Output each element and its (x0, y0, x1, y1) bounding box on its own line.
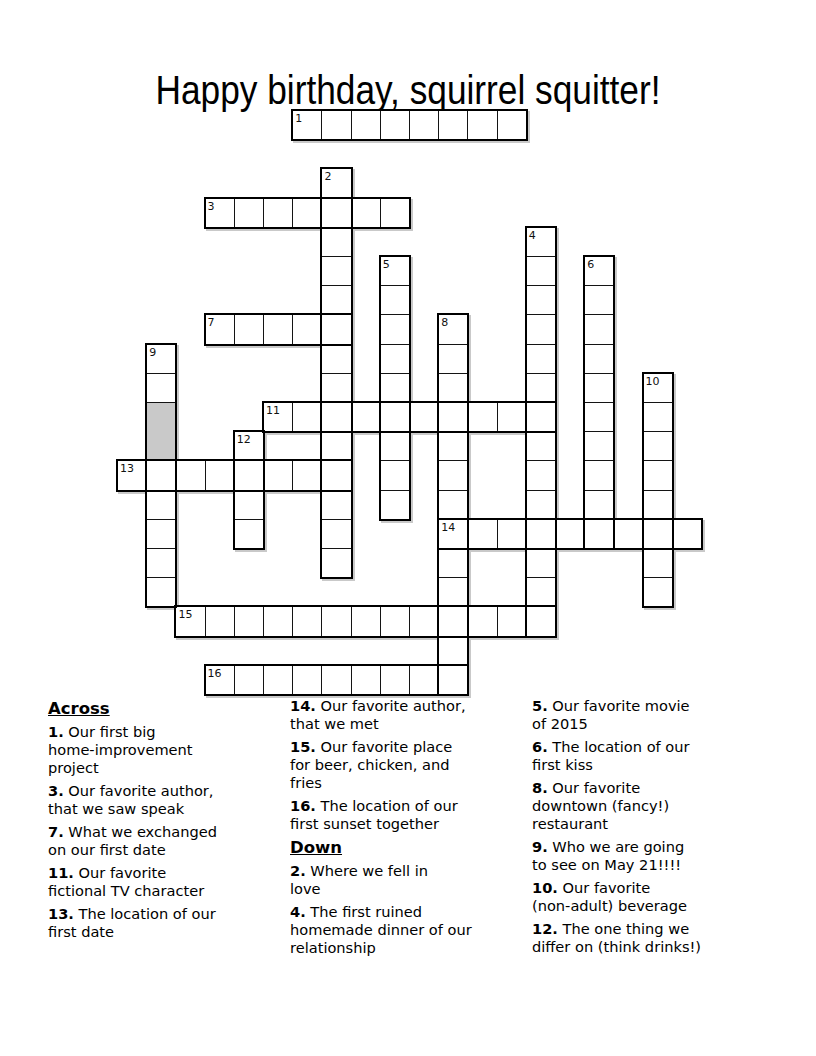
grid-cell-r3c7[interactable] (321, 198, 351, 228)
grid-cell-r17c4[interactable] (234, 606, 264, 636)
grid-cell-r0c8[interactable] (351, 110, 381, 140)
clue-6: 6. The location of our first kiss (532, 738, 770, 774)
clue-text: The location of our first kiss (532, 738, 690, 773)
grid-cell-r10c11[interactable] (438, 402, 468, 432)
grid-cell-r17c9[interactable] (380, 606, 410, 636)
grid-cell-r11c14[interactable] (526, 431, 556, 461)
grid-cell-r17c5[interactable] (263, 606, 293, 636)
clue-number: 11. (48, 864, 74, 881)
grid-cell-r14c7[interactable] (321, 519, 351, 549)
grid-cell-r10c14[interactable] (526, 402, 556, 432)
grid-cell-r11c11[interactable] (438, 431, 468, 461)
grid-cell-r16c18[interactable] (643, 577, 673, 607)
grid-cell-r17c6[interactable] (292, 606, 322, 636)
grid-cell-r14c15[interactable] (555, 519, 585, 549)
clue-text: Where we fell in love (290, 862, 428, 897)
grid-cell-r13c7[interactable] (321, 490, 351, 520)
grid-cell-r3c8[interactable] (351, 198, 381, 228)
down-header: Down (290, 838, 528, 857)
grid-cell-r0c13[interactable] (497, 110, 527, 140)
grid-cell-r6c14[interactable] (526, 285, 556, 315)
clue-1: 1. Our first big home-improvement projec… (48, 723, 286, 778)
grid-cell-r9c18[interactable] (643, 373, 673, 403)
clue-number: 12. (532, 920, 558, 937)
grid-cell-r14c19[interactable] (672, 519, 702, 549)
grid-cell-r10c7[interactable] (321, 402, 351, 432)
grid-cell-r17c8[interactable] (351, 606, 381, 636)
grid-cell-r19c4[interactable] (234, 665, 264, 695)
grid-cell-r7c6[interactable] (292, 314, 322, 344)
grid-cell-r3c5[interactable] (263, 198, 293, 228)
clue-text: Our favorite downtown (fancy!) restauran… (532, 779, 669, 832)
clue-text: The location of our first date (48, 905, 216, 940)
grid-cell-r19c10[interactable] (409, 665, 439, 695)
clue-text: Our favorite author, that we met (290, 697, 466, 732)
grid-cell-r17c3[interactable] (205, 606, 235, 636)
grid-cell-r13c18[interactable] (643, 490, 673, 520)
grid-cell-r14c11[interactable] (438, 519, 468, 549)
grid-cell-r8c14[interactable] (526, 344, 556, 374)
clue-3: 3. Our favorite author, that we saw spea… (48, 782, 286, 818)
grid-cell-r15c11[interactable] (438, 548, 468, 578)
grid-cell-r7c9[interactable] (380, 314, 410, 344)
grid-cell-r15c1[interactable] (146, 548, 176, 578)
grid-cell-r12c4[interactable] (234, 460, 264, 490)
grid-cell-r13c9[interactable] (380, 490, 410, 520)
grid-cell-r0c9[interactable] (380, 110, 410, 140)
grid-cell-r6c9[interactable] (380, 285, 410, 315)
grid-cell-r7c4[interactable] (234, 314, 264, 344)
clue-text: What we exchanged on our first date (48, 823, 217, 858)
grid-cell-r9c16[interactable] (584, 373, 614, 403)
clue-number: 6. (532, 738, 548, 755)
grid-cell-r10c13[interactable] (497, 402, 527, 432)
grid-cell-r19c7[interactable] (321, 665, 351, 695)
grid-cell-r12c6[interactable] (292, 460, 322, 490)
clue-10: 10. Our favorite (non-adult) beverage (532, 879, 770, 915)
grid-cell-r13c14[interactable] (526, 490, 556, 520)
grid-cell-r13c1[interactable] (146, 490, 176, 520)
grid-cell-r5c14[interactable] (526, 256, 556, 286)
grid-cell-r12c18[interactable] (643, 460, 673, 490)
grid-cell-r4c7[interactable] (321, 227, 351, 257)
grid-cell-r10c5[interactable] (263, 402, 293, 432)
grid-cell-r8c16[interactable] (584, 344, 614, 374)
grid-cell-r0c7[interactable] (321, 110, 351, 140)
grid-cell-r11c7[interactable] (321, 431, 351, 461)
grid-cell-r17c2[interactable] (175, 606, 205, 636)
clue-text: The location of our first sunset togethe… (290, 797, 458, 832)
clue-text: Who we are going to see on May 21!!!! (532, 838, 684, 873)
grid-cell-r3c4[interactable] (234, 198, 264, 228)
clue-number: 15. (290, 738, 316, 755)
grid-cell-r10c18[interactable] (643, 402, 673, 432)
grid-cell-r12c7[interactable] (321, 460, 351, 490)
grid-cell-r8c1[interactable] (146, 344, 176, 374)
grid-cell-r11c4[interactable] (234, 431, 264, 461)
grid-cell-r10c12[interactable] (467, 402, 497, 432)
grid-cell-r13c16[interactable] (584, 490, 614, 520)
clue-number: 13. (48, 905, 74, 922)
clue-number: 4. (290, 903, 306, 920)
grid-cell-r14c17[interactable] (613, 519, 643, 549)
grid-cell-r10c16[interactable] (584, 402, 614, 432)
clue-number: 16. (290, 797, 316, 814)
grid-cell-r19c3[interactable] (205, 665, 235, 695)
grid-cell-r8c11[interactable] (438, 344, 468, 374)
clue-text: Our first big home-improvement project (48, 723, 193, 776)
clue-8: 8. Our favorite downtown (fancy!) restau… (532, 779, 770, 834)
grid-cell-r15c7[interactable] (321, 548, 351, 578)
grid-cell-r19c9[interactable] (380, 665, 410, 695)
grid-cell-r12c0[interactable] (117, 460, 147, 490)
clue-number: 8. (532, 779, 548, 796)
clue-2: 2. Where we fell in love (290, 862, 528, 898)
grid-cell-r17c10[interactable] (409, 606, 439, 636)
grid-cell-r9c11[interactable] (438, 373, 468, 403)
grid-cell-r5c16[interactable] (584, 256, 614, 286)
grid-cell-r14c1[interactable] (146, 519, 176, 549)
grid-cell-r0c11[interactable] (438, 110, 468, 140)
grid-cell-r12c1[interactable] (146, 460, 176, 490)
grid-cell-r9c7[interactable] (321, 373, 351, 403)
clue-12: 12. The one thing we differ on (think dr… (532, 920, 770, 956)
clue-16: 16. The location of our first sunset tog… (290, 797, 528, 833)
clue-14: 14. Our favorite author, that we met (290, 697, 528, 733)
grid-cell-r3c3[interactable] (205, 198, 235, 228)
grid-cell-r17c12[interactable] (467, 606, 497, 636)
clue-4: 4. The first ruined homemade dinner of o… (290, 903, 528, 958)
grid-cell-r12c14[interactable] (526, 460, 556, 490)
grid-cell-r10c10[interactable] (409, 402, 439, 432)
grid-cell-r12c11[interactable] (438, 460, 468, 490)
clue-number: 14. (290, 697, 316, 714)
clue-11: 11. Our favorite fictional TV character (48, 864, 286, 900)
grid-cell-r9c14[interactable] (526, 373, 556, 403)
grid-cell-r14c16[interactable] (584, 519, 614, 549)
grid-cell-r5c9[interactable] (380, 256, 410, 286)
grid-cell-r7c5[interactable] (263, 314, 293, 344)
clue-number: 10. (532, 879, 558, 896)
grid-cell-r10c9[interactable] (380, 402, 410, 432)
grid-cell-r14c18[interactable] (643, 519, 673, 549)
grid-cell-r6c16[interactable] (584, 285, 614, 315)
clue-column-2: 14. Our favorite author, that we met15. … (290, 697, 528, 962)
grid-cell-r0c12[interactable] (467, 110, 497, 140)
clue-7: 7. What we exchanged on our first date (48, 823, 286, 859)
grid-cell-r12c9[interactable] (380, 460, 410, 490)
grid-cell-r9c1[interactable] (146, 373, 176, 403)
grid-cell-r14c14[interactable] (526, 519, 556, 549)
grid-cell-r10c8[interactable] (351, 402, 381, 432)
grid-cell-r12c3[interactable] (205, 460, 235, 490)
clue-15: 15. Our favorite place for beer, chicken… (290, 738, 528, 793)
clue-number: 5. (532, 697, 548, 714)
grid-cell-r5c7[interactable] (321, 256, 351, 286)
clue-number: 3. (48, 782, 64, 799)
grid-cell-r19c11[interactable] (438, 665, 468, 695)
clue-text: Our favorite author, that we saw speak (48, 782, 214, 817)
grid-cell-r12c5[interactable] (263, 460, 293, 490)
grid-cell-r7c14[interactable] (526, 314, 556, 344)
grid-cell-r8c7[interactable] (321, 344, 351, 374)
grid-cell-r7c7[interactable] (321, 314, 351, 344)
grid-cell-r12c2[interactable] (175, 460, 205, 490)
grid-cell-r0c10[interactable] (409, 110, 439, 140)
grid-cell-r10c6[interactable] (292, 402, 322, 432)
clue-5: 5. Our favorite movie of 2015 (532, 697, 770, 733)
grid-cell-r11c16[interactable] (584, 431, 614, 461)
grid-cell-r19c5[interactable] (263, 665, 293, 695)
clue-text: The one thing we differ on (think drinks… (532, 920, 701, 955)
grid-cell-r3c9[interactable] (380, 198, 410, 228)
grid-cell-r11c9[interactable] (380, 431, 410, 461)
clue-text: Our favorite movie of 2015 (532, 697, 690, 732)
grid-cell-r16c1[interactable] (146, 577, 176, 607)
grid-cell-r4c14[interactable] (526, 227, 556, 257)
grid-cell-r15c14[interactable] (526, 548, 556, 578)
clue-column-1: Across1. Our first big home-improvement … (48, 697, 286, 946)
grid-cell-r13c4[interactable] (234, 490, 264, 520)
clue-13: 13. The location of our first date (48, 905, 286, 941)
grid-cell-r13c11[interactable] (438, 490, 468, 520)
grid-cell-r19c6[interactable] (292, 665, 322, 695)
grid-cell-r17c13[interactable] (497, 606, 527, 636)
grid-cell-r19c8[interactable] (351, 665, 381, 695)
grid-cell-r9c9[interactable] (380, 373, 410, 403)
clue-column-3: 5. Our favorite movie of 20156. The loca… (532, 697, 770, 961)
grid-cell-r16c14[interactable] (526, 577, 556, 607)
grid-cell-r7c16[interactable] (584, 314, 614, 344)
clue-number: 2. (290, 862, 306, 879)
across-header: Across (48, 699, 286, 718)
grid-cell-r15c18[interactable] (643, 548, 673, 578)
grid-cell-r18c11[interactable] (438, 636, 468, 666)
grid-cell-r14c13[interactable] (497, 519, 527, 549)
grid-cell-r7c3[interactable] (205, 314, 235, 344)
clue-text: The first ruined homemade dinner of our … (290, 903, 472, 956)
grid-cell-r7c11[interactable] (438, 314, 468, 344)
clue-number: 7. (48, 823, 64, 840)
grid-cell-r2c7[interactable] (321, 168, 351, 198)
grid-cell-r6c7[interactable] (321, 285, 351, 315)
grid-cell-r17c7[interactable] (321, 606, 351, 636)
clue-number: 9. (532, 838, 548, 855)
grid-cell-r8c9[interactable] (380, 344, 410, 374)
grid-cell-r14c12[interactable] (467, 519, 497, 549)
grid-cell-r14c4[interactable] (234, 519, 264, 549)
grid-cell-r17c11[interactable] (438, 606, 468, 636)
grid-cell-r17c14[interactable] (526, 606, 556, 636)
grid-cell-r16c11[interactable] (438, 577, 468, 607)
grid-cell-r11c18[interactable] (643, 431, 673, 461)
grid-cell-r12c16[interactable] (584, 460, 614, 490)
grid-cell-r0c6[interactable] (292, 110, 322, 140)
clue-number: 1. (48, 723, 64, 740)
grid-cell-r3c6[interactable] (292, 198, 322, 228)
clue-9: 9. Who we are going to see on May 21!!!! (532, 838, 770, 874)
